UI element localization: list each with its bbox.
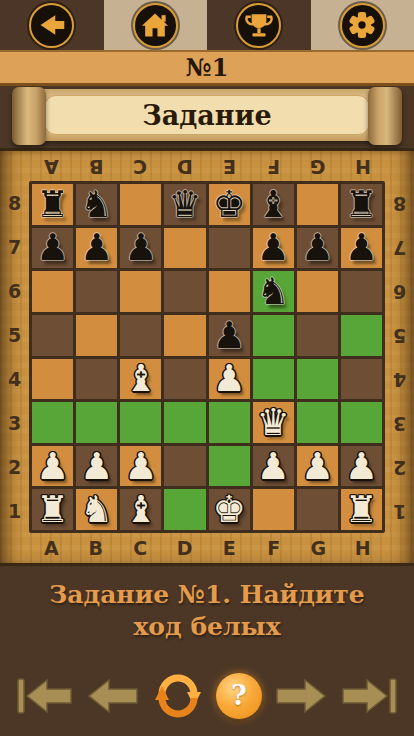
square-a5[interactable] xyxy=(32,315,73,356)
coordinate-label: F xyxy=(267,539,280,558)
square-e3[interactable] xyxy=(209,402,250,443)
black-rook-h8: ♜ xyxy=(345,186,378,223)
chess-board: ♜♞♛♚♝♜♟♟♟♟♟♟♞♟♝♟♛♟♟♟♟♟♟♜♞♝♚♜ xyxy=(29,181,385,533)
file-labels-bottom: ABCDEFGH xyxy=(29,533,385,563)
black-pawn-h7: ♟ xyxy=(345,229,378,266)
coordinate-label: 5 xyxy=(8,326,21,345)
black-pawn-a7: ♟ xyxy=(36,229,69,266)
restart-button[interactable] xyxy=(152,672,204,720)
square-c1[interactable]: ♝ xyxy=(120,489,161,530)
app-screen: №1 Задание ABCDEFGH 87654321 ♜♞♛♚♝♜♟♟♟♟♟… xyxy=(0,0,414,736)
square-a3[interactable] xyxy=(32,402,73,443)
scroll-roll-left xyxy=(12,87,46,145)
white-rook-a1: ♜ xyxy=(36,491,69,528)
first-puzzle-button[interactable] xyxy=(16,674,74,718)
coordinate-label: 8 xyxy=(8,194,21,213)
file-labels-top: ABCDEFGH xyxy=(29,151,385,181)
square-d8[interactable]: ♛ xyxy=(164,184,205,225)
square-c5[interactable] xyxy=(120,315,161,356)
square-b3[interactable] xyxy=(76,402,117,443)
banner-title: Задание xyxy=(142,100,271,131)
square-f8[interactable]: ♝ xyxy=(253,184,294,225)
black-king-e8: ♚ xyxy=(212,186,245,223)
coordinate-label: 7 xyxy=(393,238,406,257)
square-g3[interactable] xyxy=(297,402,338,443)
black-pawn-c7: ♟ xyxy=(124,229,157,266)
banner: Задание xyxy=(0,86,414,148)
coordinate-label: 2 xyxy=(393,458,406,477)
scroll-banner: Задание xyxy=(36,89,378,141)
top-nav-segment xyxy=(104,0,208,50)
coordinate-label: 1 xyxy=(393,502,406,521)
coordinate-label: 3 xyxy=(8,414,21,433)
white-bishop-c1: ♝ xyxy=(124,491,157,528)
square-h5[interactable] xyxy=(341,315,382,356)
square-c6[interactable] xyxy=(120,271,161,312)
previous-puzzle-button[interactable] xyxy=(86,674,140,718)
coordinate-label: 6 xyxy=(8,282,21,301)
coordinate-label: B xyxy=(89,157,103,176)
black-queen-d8: ♛ xyxy=(168,186,201,223)
coordinate-label: G xyxy=(310,539,326,558)
square-g8[interactable] xyxy=(297,184,338,225)
top-nav-segment xyxy=(0,0,104,50)
square-f4[interactable] xyxy=(253,359,294,400)
square-b8[interactable]: ♞ xyxy=(76,184,117,225)
square-g1[interactable] xyxy=(297,489,338,530)
previous-arrow-icon xyxy=(86,674,140,718)
question-icon: ? xyxy=(231,680,247,711)
puzzle-number-bar: №1 xyxy=(0,50,414,86)
coordinate-label: A xyxy=(44,539,59,558)
caption: Задание №1. Найдите ход белых xyxy=(0,566,414,655)
square-a6[interactable] xyxy=(32,271,73,312)
square-d7[interactable] xyxy=(164,228,205,269)
square-d2[interactable] xyxy=(164,446,205,487)
square-d1[interactable] xyxy=(164,489,205,530)
square-c4[interactable]: ♝ xyxy=(120,359,161,400)
square-a1[interactable]: ♜ xyxy=(32,489,73,530)
coordinate-label: 7 xyxy=(8,238,21,257)
white-knight-b1: ♞ xyxy=(80,491,113,528)
coordinate-label: 2 xyxy=(8,458,21,477)
black-pawn-b7: ♟ xyxy=(80,229,113,266)
square-c3[interactable] xyxy=(120,402,161,443)
white-pawn-e4: ♟ xyxy=(212,360,245,397)
task-text: Задание №1. Найдите ход белых xyxy=(28,579,386,642)
square-b7[interactable]: ♟ xyxy=(76,228,117,269)
coordinate-label: E xyxy=(223,157,236,176)
last-arrow-icon xyxy=(340,674,398,718)
white-king-e1: ♚ xyxy=(212,491,245,528)
coordinate-label: 4 xyxy=(8,370,21,389)
square-a2[interactable]: ♟ xyxy=(32,446,73,487)
coordinate-label: D xyxy=(177,539,193,558)
square-g7[interactable]: ♟ xyxy=(297,228,338,269)
scroll-roll-right xyxy=(368,87,402,145)
next-arrow-icon xyxy=(274,674,328,718)
white-pawn-h2: ♟ xyxy=(345,448,378,485)
square-c7[interactable]: ♟ xyxy=(120,228,161,269)
top-nav-segment xyxy=(311,0,414,50)
white-pawn-g2: ♟ xyxy=(301,448,334,485)
square-c8[interactable] xyxy=(120,184,161,225)
white-queen-f3: ♛ xyxy=(257,404,290,441)
square-d5[interactable] xyxy=(164,315,205,356)
coordinate-label: H xyxy=(355,539,371,558)
top-nav xyxy=(0,0,414,50)
coordinate-label: 4 xyxy=(393,370,406,389)
square-g5[interactable] xyxy=(297,315,338,356)
square-g6[interactable] xyxy=(297,271,338,312)
square-b1[interactable]: ♞ xyxy=(76,489,117,530)
square-h3[interactable] xyxy=(341,402,382,443)
square-b2[interactable]: ♟ xyxy=(76,446,117,487)
square-e6[interactable] xyxy=(209,271,250,312)
coordinate-label: D xyxy=(177,157,193,176)
square-g4[interactable] xyxy=(297,359,338,400)
square-f5[interactable] xyxy=(253,315,294,356)
rank-labels-right: 87654321 xyxy=(385,181,414,533)
square-c2[interactable]: ♟ xyxy=(120,446,161,487)
coordinate-label: C xyxy=(133,539,147,558)
square-h1[interactable]: ♜ xyxy=(341,489,382,530)
first-arrow-icon xyxy=(16,674,74,718)
refresh-icon xyxy=(152,672,204,720)
black-pawn-g7: ♟ xyxy=(301,229,334,266)
square-g2[interactable]: ♟ xyxy=(297,446,338,487)
square-f1[interactable] xyxy=(253,489,294,530)
black-rook-a8: ♜ xyxy=(36,186,69,223)
square-e1[interactable]: ♚ xyxy=(209,489,250,530)
scroll-banner-inner: Задание xyxy=(44,95,370,135)
white-pawn-c2: ♟ xyxy=(124,448,157,485)
coordinate-label: H xyxy=(355,157,371,176)
square-e5[interactable]: ♟ xyxy=(209,315,250,356)
settings-button[interactable] xyxy=(340,3,385,48)
coordinate-label: C xyxy=(133,157,147,176)
home-button[interactable] xyxy=(133,3,178,48)
square-d6[interactable] xyxy=(164,271,205,312)
square-h6[interactable] xyxy=(341,271,382,312)
puzzle-number: №1 xyxy=(186,53,229,82)
home-icon xyxy=(137,7,173,43)
square-f6[interactable]: ♞ xyxy=(253,271,294,312)
coordinate-label: F xyxy=(267,157,280,176)
coordinate-label: 5 xyxy=(393,326,406,345)
coordinate-label: 1 xyxy=(8,502,21,521)
square-a8[interactable]: ♜ xyxy=(32,184,73,225)
coordinate-label: 8 xyxy=(393,194,406,213)
black-knight-b8: ♞ xyxy=(80,186,113,223)
white-pawn-a2: ♟ xyxy=(36,448,69,485)
achievements-button[interactable] xyxy=(236,3,281,48)
square-a7[interactable]: ♟ xyxy=(32,228,73,269)
rank-labels-left: 87654321 xyxy=(0,181,29,533)
square-h7[interactable]: ♟ xyxy=(341,228,382,269)
square-e2[interactable] xyxy=(209,446,250,487)
square-d4[interactable] xyxy=(164,359,205,400)
white-bishop-c4: ♝ xyxy=(124,360,157,397)
square-b4[interactable] xyxy=(76,359,117,400)
white-pawn-f2: ♟ xyxy=(257,448,290,485)
trophy-icon xyxy=(241,7,277,43)
square-d3[interactable] xyxy=(164,402,205,443)
coordinate-label: G xyxy=(310,157,326,176)
square-b5[interactable] xyxy=(76,315,117,356)
bottom-nav: ? xyxy=(0,655,414,736)
next-puzzle-button[interactable] xyxy=(274,674,328,718)
square-f2[interactable]: ♟ xyxy=(253,446,294,487)
white-rook-h1: ♜ xyxy=(345,491,378,528)
coordinate-label: A xyxy=(44,157,59,176)
coordinate-label: 6 xyxy=(393,282,406,301)
white-pawn-b2: ♟ xyxy=(80,448,113,485)
square-f7[interactable]: ♟ xyxy=(253,228,294,269)
gear-icon xyxy=(344,7,380,43)
square-e8[interactable]: ♚ xyxy=(209,184,250,225)
black-knight-f6: ♞ xyxy=(257,273,290,310)
square-h4[interactable] xyxy=(341,359,382,400)
back-arrow-icon xyxy=(34,7,70,43)
black-pawn-e5: ♟ xyxy=(212,317,245,354)
coordinate-label: E xyxy=(223,539,236,558)
square-f3[interactable]: ♛ xyxy=(253,402,294,443)
square-h8[interactable]: ♜ xyxy=(341,184,382,225)
top-nav-segment xyxy=(207,0,311,50)
square-h2[interactable]: ♟ xyxy=(341,446,382,487)
square-b6[interactable] xyxy=(76,271,117,312)
hint-button[interactable]: ? xyxy=(216,673,262,719)
coordinate-label: 3 xyxy=(393,414,406,433)
back-button[interactable] xyxy=(29,3,74,48)
square-e7[interactable] xyxy=(209,228,250,269)
black-pawn-f7: ♟ xyxy=(257,229,290,266)
square-a4[interactable] xyxy=(32,359,73,400)
last-puzzle-button[interactable] xyxy=(340,674,398,718)
board-frame: ABCDEFGH 87654321 ♜♞♛♚♝♜♟♟♟♟♟♟♞♟♝♟♛♟♟♟♟♟… xyxy=(0,148,414,566)
black-bishop-f8: ♝ xyxy=(257,186,290,223)
square-e4[interactable]: ♟ xyxy=(209,359,250,400)
coordinate-label: B xyxy=(89,539,103,558)
